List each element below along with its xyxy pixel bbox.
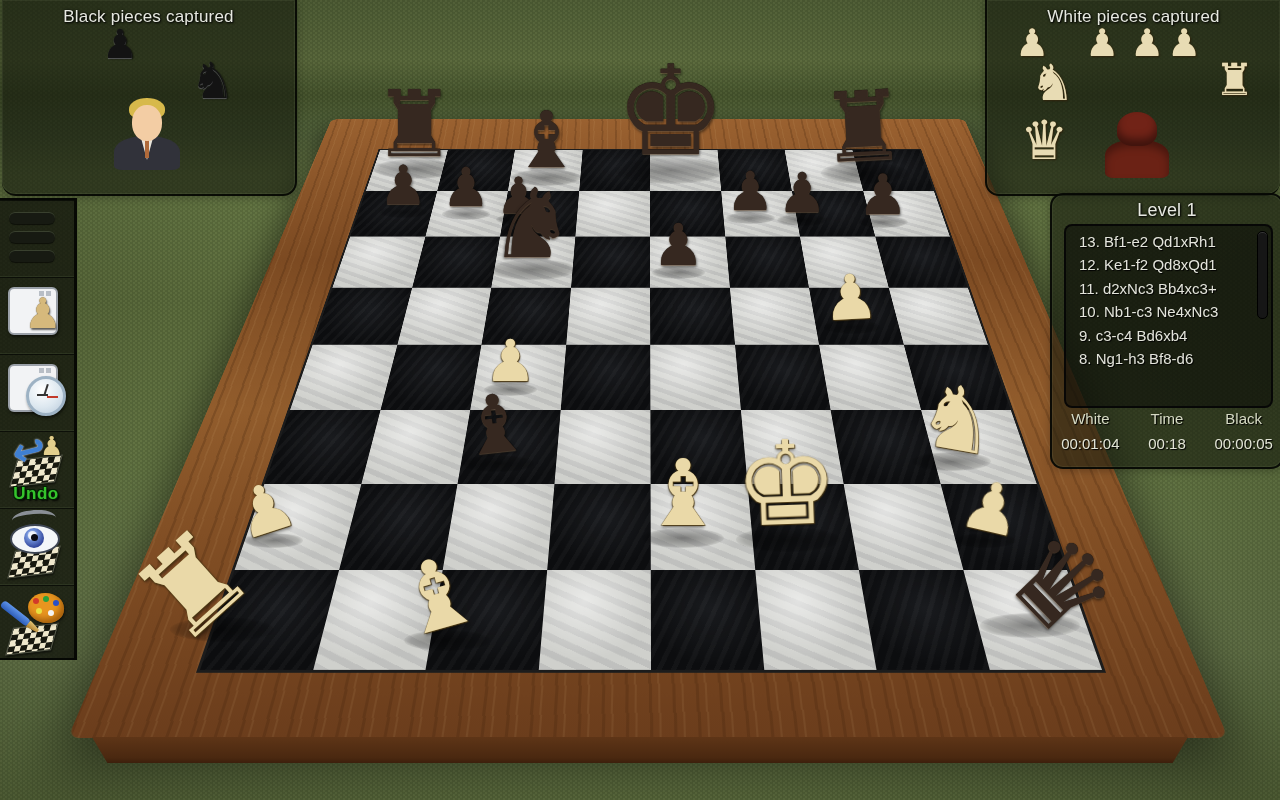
white-knight-h3[interactable]: ♞ [906, 369, 1008, 471]
move-row: 12. Ke1-f2 Qd8xQd1 [1066, 250, 1271, 274]
square-a4[interactable] [290, 345, 397, 410]
black-bishop-c3[interactable]: ♝ [451, 381, 539, 469]
view-toggle-button[interactable] [0, 508, 74, 585]
undo-button[interactable]: ♟ ↩ Undo [0, 431, 74, 508]
paintbrush-icon [0, 600, 31, 627]
black-captured-panel: Black pieces captured ♟♞ [2, 0, 297, 196]
square-a6[interactable] [333, 237, 426, 288]
clock-values: 00:01:04 00:18 00:00:05 [1052, 435, 1280, 452]
square-d1[interactable] [538, 570, 651, 670]
black-pawn-a7[interactable]: ♟ [376, 159, 430, 213]
menu-button[interactable] [0, 200, 74, 277]
new-game-button[interactable]: ♟ [0, 277, 74, 354]
black-pawn-h7[interactable]: ♟ [855, 167, 911, 223]
black-knight-c6[interactable]: ♞ [484, 176, 580, 272]
move-row: 13. Bf1-e2 Qd1xRh1 [1066, 226, 1271, 250]
square-d6[interactable] [571, 237, 650, 288]
white-clock-value: 00:01:04 [1052, 435, 1129, 452]
white-pawn-g5[interactable]: ♟ [818, 265, 883, 330]
captured-pawn: ♟ [1130, 24, 1164, 62]
menu-icon [9, 212, 55, 224]
square-f1[interactable] [755, 570, 877, 670]
black-clock-label: Black [1205, 410, 1280, 427]
clock-labels: White Time Black [1052, 410, 1280, 427]
white-clock-label: White [1052, 410, 1129, 427]
square-f4[interactable] [735, 345, 831, 410]
captured-pawn: ♟ [1167, 24, 1201, 62]
move-time-label: Time [1129, 410, 1206, 427]
square-h6[interactable] [875, 237, 968, 288]
move-row: 8. Ng1-h3 Bf8-d6 [1066, 344, 1271, 368]
black-pawn-g7[interactable]: ♟ [775, 166, 830, 221]
level-title: Level 1 [1052, 200, 1280, 221]
avatar-face [132, 105, 162, 141]
avatar-tie [145, 140, 149, 158]
square-b5[interactable] [397, 287, 491, 344]
black-pawn-f7[interactable]: ♟ [723, 165, 777, 219]
black-captured-title: Black pieces captured [2, 7, 295, 27]
square-a5[interactable] [313, 287, 412, 344]
captured-knight: ♞ [190, 56, 235, 106]
pawn-icon: ♟ [24, 293, 62, 335]
square-f5[interactable] [730, 287, 820, 344]
captured-queen: ♛ [1020, 114, 1068, 168]
move-list-scrollbar-thumb[interactable] [1257, 231, 1268, 319]
square-e5[interactable] [650, 287, 735, 344]
square-e1[interactable] [651, 570, 764, 670]
square-f6[interactable] [725, 237, 809, 288]
move-history-panel: Level 1 13. Bf1-e2 Qd1xRh112. Ke1-f2 Qd8… [1050, 193, 1280, 469]
square-e4[interactable] [650, 345, 740, 410]
black-player-avatar [1105, 112, 1169, 178]
board-frame-front-face [92, 737, 1188, 763]
clock-icon [26, 376, 66, 416]
move-time-value: 00:18 [1129, 435, 1206, 452]
black-pawn-e6[interactable]: ♟ [650, 216, 708, 274]
board-theme-button[interactable] [0, 585, 74, 661]
game-screen: ♜♝♚♜♟♟♟♞♟♟♟♟♝♛♜♝♟♝♚♟♟♞♟ Black pieces cap… [0, 0, 1280, 800]
undo-label: Undo [4, 484, 68, 504]
palette-icon [28, 593, 64, 623]
black-king-e8[interactable]: ♚ [609, 49, 733, 173]
captured-pawn: ♟ [1085, 24, 1119, 62]
white-captured-panel: White pieces captured ♟♟♟♟♞♜♛ [985, 0, 1280, 196]
move-row: 9. c3-c4 Bd6xb4 [1066, 320, 1271, 344]
captured-pawn: ♟ [102, 24, 138, 64]
square-d7[interactable] [575, 191, 650, 236]
move-row: 10. Nb1-c3 Ne4xNc3 [1066, 297, 1271, 321]
square-d5[interactable] [566, 287, 650, 344]
square-h5[interactable] [888, 287, 988, 344]
white-bishop-e2[interactable]: ♝ [637, 448, 729, 540]
captured-rook: ♜ [1215, 58, 1254, 102]
time-settings-button[interactable] [0, 354, 74, 431]
eye-icon [10, 524, 60, 554]
white-player-avatar [114, 98, 180, 170]
toolbar: ♟ ♟ ↩ Undo [0, 198, 77, 660]
white-king-f2[interactable]: ♚ [726, 424, 846, 544]
move-row: 11. d2xNc3 Bb4xc3+ [1066, 273, 1271, 297]
captured-knight: ♞ [1030, 58, 1075, 108]
move-list[interactable]: 13. Bf1-e2 Qd1xRh112. Ke1-f2 Qd8xQd111. … [1064, 224, 1273, 408]
black-clock-value: 00:00:05 [1205, 435, 1280, 452]
square-d2[interactable] [547, 484, 651, 570]
avatar-hood [1117, 112, 1157, 146]
square-d4[interactable] [560, 345, 650, 410]
white-pawn-h2[interactable]: ♟ [951, 468, 1033, 550]
